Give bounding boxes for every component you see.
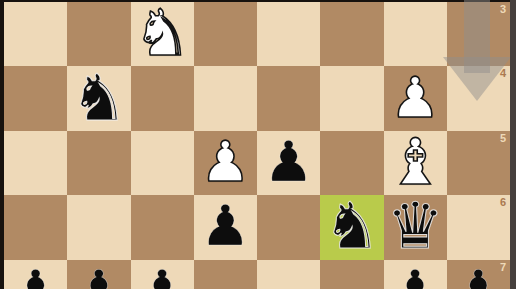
- black-pawn[interactable]: ♟: [11, 263, 61, 289]
- black-queen[interactable]: ♛: [386, 194, 443, 258]
- white-bishop[interactable]: ♝: [386, 130, 443, 194]
- square-g5[interactable]: [67, 131, 130, 195]
- square-b3[interactable]: [384, 2, 447, 66]
- square-c3[interactable]: [320, 2, 383, 66]
- square-a5[interactable]: 5: [447, 131, 510, 195]
- black-pawn[interactable]: ♟: [453, 263, 503, 289]
- square-e5[interactable]: ♟: [194, 131, 257, 195]
- square-d7[interactable]: [257, 260, 320, 289]
- video-frame: ♞3♞♟4♟♟♝5♟♞♛6♟♟♟♟♟7: [0, 0, 516, 289]
- black-pawn[interactable]: ♟: [264, 134, 314, 190]
- white-pawn[interactable]: ♟: [200, 134, 250, 190]
- square-b4[interactable]: ♟: [384, 66, 447, 130]
- square-h4[interactable]: [4, 66, 67, 130]
- right-frame-strip: [510, 0, 516, 289]
- black-pawn[interactable]: ♟: [137, 263, 187, 289]
- square-g6[interactable]: [67, 195, 130, 259]
- square-g7[interactable]: ♟: [67, 260, 130, 289]
- white-knight[interactable]: ♞: [133, 1, 190, 65]
- square-d6[interactable]: [257, 195, 320, 259]
- square-h7[interactable]: ♟: [4, 260, 67, 289]
- square-c6[interactable]: ♞: [320, 195, 383, 259]
- black-pawn[interactable]: ♟: [74, 263, 124, 289]
- square-h5[interactable]: [4, 131, 67, 195]
- down-arrow-head-icon: [443, 57, 511, 101]
- black-pawn[interactable]: ♟: [390, 263, 440, 289]
- square-b6[interactable]: ♛: [384, 195, 447, 259]
- square-a6[interactable]: 6: [447, 195, 510, 259]
- white-pawn[interactable]: ♟: [390, 70, 440, 126]
- square-b7[interactable]: ♟: [384, 260, 447, 289]
- square-f6[interactable]: [131, 195, 194, 259]
- square-f3[interactable]: ♞: [131, 2, 194, 66]
- black-knight[interactable]: ♞: [70, 66, 127, 130]
- square-g4[interactable]: ♞: [67, 66, 130, 130]
- rank-label-7: 7: [500, 262, 506, 273]
- rank-label-6: 6: [500, 197, 506, 208]
- square-b5[interactable]: ♝: [384, 131, 447, 195]
- square-d4[interactable]: [257, 66, 320, 130]
- square-f7[interactable]: ♟: [131, 260, 194, 289]
- square-c4[interactable]: [320, 66, 383, 130]
- square-c7[interactable]: [320, 260, 383, 289]
- square-f5[interactable]: [131, 131, 194, 195]
- square-h3[interactable]: [4, 2, 67, 66]
- black-pawn[interactable]: ♟: [200, 198, 250, 254]
- square-e3[interactable]: [194, 2, 257, 66]
- square-g3[interactable]: [67, 2, 130, 66]
- square-e7[interactable]: [194, 260, 257, 289]
- square-d5[interactable]: ♟: [257, 131, 320, 195]
- square-f4[interactable]: [131, 66, 194, 130]
- black-knight[interactable]: ♞: [323, 194, 380, 258]
- square-e6[interactable]: ♟: [194, 195, 257, 259]
- square-a7[interactable]: ♟7: [447, 260, 510, 289]
- rank-label-5: 5: [500, 133, 506, 144]
- rank-label-3: 3: [500, 4, 506, 15]
- chess-board: ♞3♞♟4♟♟♝5♟♞♛6♟♟♟♟♟7: [4, 2, 510, 289]
- square-d3[interactable]: [257, 2, 320, 66]
- square-c5[interactable]: [320, 131, 383, 195]
- square-h6[interactable]: [4, 195, 67, 259]
- square-e4[interactable]: [194, 66, 257, 130]
